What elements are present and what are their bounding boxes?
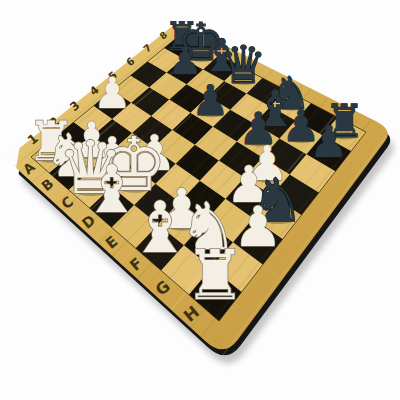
piece-black-pawn-h7[interactable]: ♟ [309,116,348,167]
piece-black-pawn-d6[interactable]: ♟ [192,76,230,125]
piece-white-pawn-a4[interactable]: ♟ [93,68,132,118]
chess-product-photo: 12345678ABCDEFGH♜♚♝♟♛♟♞♟♝♜♟♟♟♟♜♟♟♞♟♚♛♟♝♞… [0,0,400,400]
piece-white-bishop-f1[interactable]: ♝ [128,187,191,269]
piece-white-rook-h1[interactable]: ♜ [184,235,246,315]
chess-board-svg: 12345678ABCDEFGH♜♚♝♟♛♟♞♟♝♜♟♟♟♟♜♟♟♞♟♚♛♟♝♞… [0,0,400,400]
